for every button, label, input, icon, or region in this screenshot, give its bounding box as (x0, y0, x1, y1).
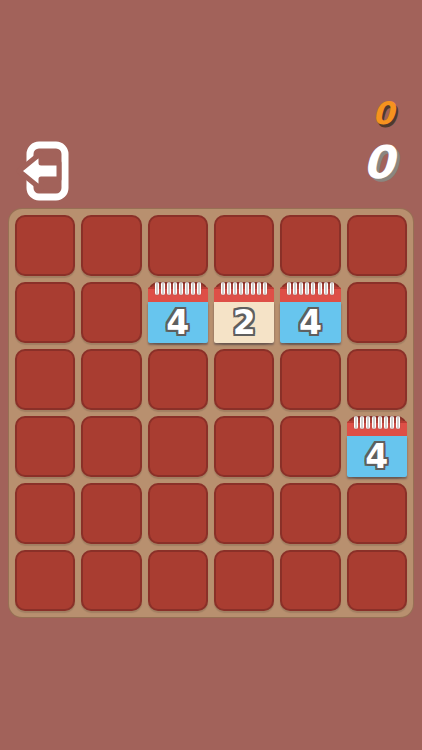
cell-r6c1 (15, 550, 75, 611)
spiral-loop (245, 282, 249, 295)
spiral-loop (324, 282, 328, 295)
cell-r3c6 (347, 349, 407, 410)
spiral-loop (221, 282, 225, 295)
spiral-loop (263, 282, 267, 295)
spiral-loop (311, 282, 315, 295)
spiral-loop (384, 416, 388, 429)
spiral-loop (191, 282, 195, 295)
spiral-binding (148, 282, 208, 291)
spiral-loop (293, 282, 297, 295)
cell-r4c1 (15, 416, 75, 477)
spiral-loop (173, 282, 177, 295)
tile-value: 4 (347, 436, 407, 477)
cell-r6c6 (347, 550, 407, 611)
exit-icon (16, 140, 70, 202)
cell-r3c4 (214, 349, 274, 410)
tile-4-r2c5: 4 (280, 282, 340, 343)
tile-4-r2c3: 4 (148, 282, 208, 343)
cell-r4c2 (81, 416, 141, 477)
exit-button[interactable] (16, 140, 70, 202)
spiral-loop (318, 282, 322, 295)
spiral-loop (227, 282, 231, 295)
cell-r2c1 (15, 282, 75, 343)
spiral-binding (214, 282, 274, 291)
top-score-value: 0 (372, 96, 394, 130)
tile-value: 2 (214, 302, 274, 343)
cell-r4c4 (214, 416, 274, 477)
cell-r5c5 (280, 483, 340, 544)
cell-r6c4 (214, 550, 274, 611)
spiral-loop (197, 282, 201, 295)
cell-r1c6 (347, 215, 407, 276)
cell-r2c6 (347, 282, 407, 343)
spiral-loop (354, 416, 358, 429)
cell-r5c4 (214, 483, 274, 544)
cell-r3c3 (148, 349, 208, 410)
spiral-loop (378, 416, 382, 429)
cell-r6c3 (148, 550, 208, 611)
spiral-loop (155, 282, 159, 295)
spiral-loop (251, 282, 255, 295)
spiral-binding (347, 416, 407, 425)
board[interactable]: 4244 (8, 208, 414, 618)
spiral-loop (360, 416, 364, 429)
tile-2-r2c4: 2 (214, 282, 274, 343)
tile-value: 4 (280, 302, 340, 343)
cell-r2c4: 2 (214, 282, 274, 343)
tile-4-r4c6: 4 (347, 416, 407, 477)
cell-r5c2 (81, 483, 141, 544)
spiral-loop (372, 416, 376, 429)
spiral-loop (287, 282, 291, 295)
spiral-loop (167, 282, 171, 295)
cell-r3c2 (81, 349, 141, 410)
cell-r6c5 (280, 550, 340, 611)
spiral-loop (366, 416, 370, 429)
cell-r2c3: 4 (148, 282, 208, 343)
spiral-binding (280, 282, 340, 291)
spiral-loop (390, 416, 394, 429)
cell-r3c1 (15, 349, 75, 410)
spiral-loop (161, 282, 165, 295)
spiral-loop (239, 282, 243, 295)
spiral-loop (305, 282, 309, 295)
spiral-loop (233, 282, 237, 295)
cell-r6c2 (81, 550, 141, 611)
spiral-loop (185, 282, 189, 295)
spiral-loop (396, 416, 400, 429)
score-panel: 0 0 (363, 96, 394, 188)
cell-r1c1 (15, 215, 75, 276)
tile-value: 4 (148, 302, 208, 343)
spiral-loop (330, 282, 334, 295)
cell-r1c5 (280, 215, 340, 276)
spiral-loop (257, 282, 261, 295)
spiral-loop (299, 282, 303, 295)
current-score-value: 0 (363, 138, 394, 188)
cell-r1c2 (81, 215, 141, 276)
cell-r2c5: 4 (280, 282, 340, 343)
cell-r3c5 (280, 349, 340, 410)
cell-r1c4 (214, 215, 274, 276)
cell-r4c3 (148, 416, 208, 477)
cell-r5c3 (148, 483, 208, 544)
cell-r2c2 (81, 282, 141, 343)
cell-r5c6 (347, 483, 407, 544)
cell-r1c3 (148, 215, 208, 276)
cell-r5c1 (15, 483, 75, 544)
cell-r4c6: 4 (347, 416, 407, 477)
spiral-loop (179, 282, 183, 295)
cell-r4c5 (280, 416, 340, 477)
